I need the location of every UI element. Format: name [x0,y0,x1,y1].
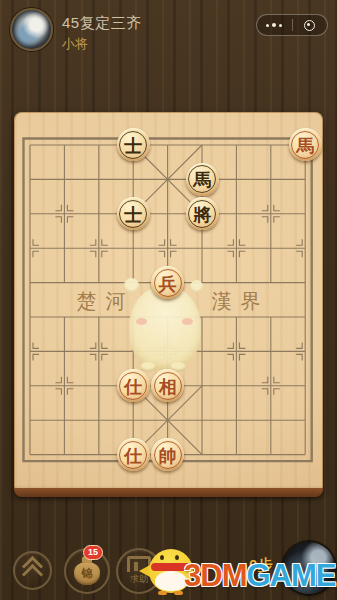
site-watermark: 3DMGAME [184,558,335,594]
piece-馬[interactable]: 馬 [186,163,219,196]
board-edge [14,488,323,497]
piece-馬[interactable]: 馬 [289,128,322,161]
piece-士[interactable]: 士 [117,197,150,230]
circle-dot-icon [304,20,315,31]
level-title: 45复定三齐 [62,14,142,33]
piece-仕[interactable]: 仕 [117,438,150,471]
board-grid[interactable]: 士馬馬士將兵仕相仕帥 [13,128,323,472]
more-button[interactable] [257,15,292,35]
money-bag-icon: 锦 [74,562,100,585]
opponent-avatar [10,8,53,51]
expand-menu-button[interactable] [13,551,52,590]
piece-帥[interactable]: 帥 [151,438,184,471]
piece-兵[interactable]: 兵 [151,266,184,299]
piece-相[interactable]: 相 [151,369,184,402]
piece-士[interactable]: 士 [117,128,150,161]
opponent-rank: 小将 [62,35,88,53]
piece-將[interactable]: 將 [186,197,219,230]
close-button[interactable] [293,15,328,35]
hint-count-badge: 15 [83,545,103,560]
wechat-capsule [256,14,328,36]
more-icon [266,24,269,27]
piece-仕[interactable]: 仕 [117,369,150,402]
